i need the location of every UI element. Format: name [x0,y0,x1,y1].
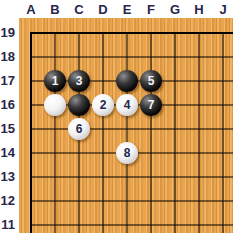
intersection-E15[interactable] [115,117,139,141]
intersection-B14[interactable] [43,141,67,165]
intersection-D15[interactable] [91,117,115,141]
row-label-16: 16 [0,93,15,117]
intersection-C14[interactable] [67,141,91,165]
intersection-F19[interactable] [139,21,163,45]
intersection-G11[interactable] [163,213,187,233]
row-label-12: 12 [0,189,15,213]
intersection-B16[interactable] [43,93,67,117]
white-stone-D16: 2 [92,94,114,116]
white-stone-E14: 8 [116,142,138,164]
white-stone-C15: 6 [68,118,90,140]
black-stone-F16: 7 [140,94,162,116]
intersection-E12[interactable] [115,189,139,213]
black-stone-C16 [68,94,90,116]
intersection-G14[interactable] [163,141,187,165]
intersection-J15[interactable] [211,117,233,141]
intersection-C17[interactable]: 3 [67,69,91,93]
intersection-J19[interactable] [211,21,233,45]
column-label-E: E [115,0,139,18]
intersection-C16[interactable] [67,93,91,117]
white-stone-E16: 4 [116,94,138,116]
column-label-J: J [211,0,233,18]
intersection-A19[interactable] [19,21,43,45]
intersection-C12[interactable] [67,189,91,213]
intersection-B12[interactable] [43,189,67,213]
intersection-J18[interactable] [211,45,233,69]
black-stone-E17 [116,70,138,92]
row-label-17: 17 [0,69,15,93]
intersection-H18[interactable] [187,45,211,69]
intersection-H13[interactable] [187,165,211,189]
intersection-F17[interactable]: 5 [139,69,163,93]
intersection-A17[interactable] [19,69,43,93]
intersection-E14[interactable]: 8 [115,141,139,165]
white-stone-B16 [44,94,66,116]
intersection-J13[interactable] [211,165,233,189]
intersection-G17[interactable] [163,69,187,93]
column-label-C: C [67,0,91,18]
stone-number: 6 [76,123,83,135]
intersection-A13[interactable] [19,165,43,189]
intersection-E18[interactable] [115,45,139,69]
go-board: 13524768 [19,18,233,233]
stone-number: 7 [148,99,155,111]
intersection-D11[interactable] [91,213,115,233]
black-stone-F17: 5 [140,70,162,92]
intersection-H11[interactable] [187,213,211,233]
intersection-H17[interactable] [187,69,211,93]
intersection-A11[interactable] [19,213,43,233]
intersection-J12[interactable] [211,189,233,213]
column-label-D: D [91,0,115,18]
intersection-C18[interactable] [67,45,91,69]
intersection-B11[interactable] [43,213,67,233]
intersection-B19[interactable] [43,21,67,45]
board-intersections: 13524768 [19,21,233,233]
intersection-G19[interactable] [163,21,187,45]
column-label-G: G [163,0,187,18]
intersection-B13[interactable] [43,165,67,189]
black-stone-C17: 3 [68,70,90,92]
column-label-B: B [43,0,67,18]
stone-number: 2 [100,99,107,111]
intersection-D18[interactable] [91,45,115,69]
intersection-G15[interactable] [163,117,187,141]
column-label-A: A [19,0,43,18]
stone-number: 4 [124,99,131,111]
intersection-J14[interactable] [211,141,233,165]
column-label-H: H [187,0,211,18]
stone-number: 8 [124,147,131,159]
intersection-J11[interactable] [211,213,233,233]
intersection-E19[interactable] [115,21,139,45]
intersection-D14[interactable] [91,141,115,165]
go-diagram: ABCDEFGHJ 191817161514131211 13524768 [0,0,233,233]
intersection-F18[interactable] [139,45,163,69]
intersection-D12[interactable] [91,189,115,213]
intersection-D19[interactable] [91,21,115,45]
intersection-H14[interactable] [187,141,211,165]
intersection-F13[interactable] [139,165,163,189]
row-labels: 191817161514131211 [0,21,17,233]
intersection-C19[interactable] [67,21,91,45]
intersection-F16[interactable]: 7 [139,93,163,117]
intersection-G12[interactable] [163,189,187,213]
intersection-H12[interactable] [187,189,211,213]
intersection-A15[interactable] [19,117,43,141]
intersection-E17[interactable] [115,69,139,93]
column-label-F: F [139,0,163,18]
intersection-C11[interactable] [67,213,91,233]
intersection-F14[interactable] [139,141,163,165]
intersection-C15[interactable]: 6 [67,117,91,141]
row-label-13: 13 [0,165,15,189]
intersection-D13[interactable] [91,165,115,189]
intersection-E16[interactable]: 4 [115,93,139,117]
intersection-A14[interactable] [19,141,43,165]
stone-number: 1 [52,75,59,87]
intersection-B15[interactable] [43,117,67,141]
intersection-H16[interactable] [187,93,211,117]
row-label-14: 14 [0,141,15,165]
intersection-F11[interactable] [139,213,163,233]
intersection-G13[interactable] [163,165,187,189]
intersection-E13[interactable] [115,165,139,189]
intersection-A18[interactable] [19,45,43,69]
intersection-H15[interactable] [187,117,211,141]
stone-number: 5 [148,75,155,87]
intersection-A16[interactable] [19,93,43,117]
intersection-F15[interactable] [139,117,163,141]
intersection-E11[interactable] [115,213,139,233]
intersection-D17[interactable] [91,69,115,93]
intersection-G16[interactable] [163,93,187,117]
row-label-11: 11 [0,213,15,233]
intersection-C13[interactable] [67,165,91,189]
intersection-H19[interactable] [187,21,211,45]
row-label-19: 19 [0,21,15,45]
stone-number: 3 [76,75,83,87]
intersection-G18[interactable] [163,45,187,69]
intersection-J17[interactable] [211,69,233,93]
black-stone-B17: 1 [44,70,66,92]
intersection-D16[interactable]: 2 [91,93,115,117]
intersection-F12[interactable] [139,189,163,213]
intersection-B17[interactable]: 1 [43,69,67,93]
intersection-J16[interactable] [211,93,233,117]
intersection-B18[interactable] [43,45,67,69]
row-label-15: 15 [0,117,15,141]
row-label-18: 18 [0,45,15,69]
column-labels: ABCDEFGHJ [19,0,233,18]
intersection-A12[interactable] [19,189,43,213]
